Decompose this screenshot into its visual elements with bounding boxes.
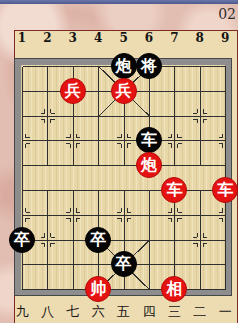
piece-black-soldier[interactable]: 卒 — [85, 227, 111, 253]
piece-red-chariot[interactable]: 车 — [212, 177, 238, 203]
piece-black-soldier[interactable]: 卒 — [111, 251, 137, 277]
piece-red-king[interactable]: 帅 — [85, 276, 111, 302]
piece-black-soldier[interactable]: 卒 — [9, 227, 35, 253]
piece-red-soldier[interactable]: 兵 — [60, 78, 86, 104]
file-label-bottom-3: 七 — [66, 305, 79, 318]
piece-red-elephant[interactable]: 相 — [161, 276, 187, 302]
piece-red-cannon[interactable]: 炮 — [136, 152, 162, 178]
file-label-top-4: 4 — [94, 32, 102, 44]
file-label-bottom-2: 八 — [41, 305, 54, 318]
file-label-top-1: 1 — [18, 32, 26, 44]
file-label-top-8: 8 — [196, 32, 204, 44]
piece-red-chariot[interactable]: 车 — [161, 177, 187, 203]
piece-black-chariot[interactable]: 车 — [136, 127, 162, 153]
file-label-bottom-5: 五 — [117, 305, 130, 318]
file-label-top-9: 9 — [221, 32, 229, 44]
file-label-top-2: 2 — [43, 32, 51, 44]
counter-label: 02 — [218, 7, 236, 21]
file-label-bottom-1: 九 — [16, 305, 29, 318]
file-label-bottom-4: 六 — [92, 305, 105, 318]
file-label-bottom-9: 一 — [219, 305, 232, 318]
game-window: 02 123456789 九八七六五四三二一 炮将兵兵车炮车车卒卒卒帅相 — [0, 0, 238, 323]
file-label-top-6: 6 — [145, 32, 153, 44]
file-label-bottom-6: 四 — [143, 305, 156, 318]
file-label-bottom-7: 三 — [168, 305, 181, 318]
piece-black-cannon[interactable]: 炮 — [111, 53, 137, 79]
file-label-top-3: 3 — [69, 32, 77, 44]
file-label-bottom-8: 二 — [193, 305, 206, 318]
piece-red-soldier[interactable]: 兵 — [111, 78, 137, 104]
file-label-top-5: 5 — [119, 32, 127, 44]
file-label-top-7: 7 — [170, 32, 178, 44]
piece-black-general[interactable]: 将 — [136, 53, 162, 79]
window-top-bar — [0, 0, 238, 4]
